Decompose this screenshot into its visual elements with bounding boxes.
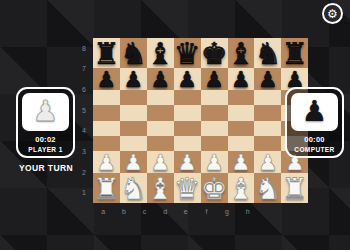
square-h1[interactable]: ♜︎ (281, 173, 308, 203)
square-g6[interactable] (254, 90, 281, 105)
file-label-c: c (134, 205, 155, 217)
square-e7[interactable]: ♟︎ (201, 68, 228, 90)
square-a7[interactable]: ♟︎ (93, 68, 120, 90)
white-pawn[interactable]: ♟︎ (123, 152, 143, 174)
file-label-f: f (196, 205, 217, 217)
black-knight[interactable]: ♞︎ (254, 39, 281, 69)
rank-label-5: 5 (78, 100, 90, 121)
file-label-e: e (176, 205, 197, 217)
square-c6[interactable] (147, 90, 174, 105)
square-c3[interactable] (147, 136, 174, 151)
black-pawn[interactable]: ♟︎ (258, 69, 278, 91)
file-label-h: h (237, 205, 258, 217)
white-rook[interactable]: ♜︎ (281, 174, 308, 204)
computer-name: COMPUTER (294, 146, 334, 153)
white-rook[interactable]: ♜︎ (93, 174, 120, 204)
rank-label-4: 4 (78, 121, 90, 142)
square-e8[interactable]: ♚︎ (201, 38, 228, 68)
square-a3[interactable] (93, 136, 120, 151)
player1-clock: 00:02 (35, 135, 56, 144)
file-label-g: g (217, 205, 238, 217)
white-knight[interactable]: ♞︎ (254, 174, 281, 204)
player-card-player1: ♟︎ 00:02 PLAYER 1 (16, 87, 75, 158)
square-a1[interactable]: ♜︎ (93, 173, 120, 203)
black-pawn[interactable]: ♟︎ (97, 69, 117, 91)
white-queen[interactable]: ♛︎ (174, 174, 201, 204)
square-f2[interactable]: ♟︎ (228, 151, 255, 173)
settings-button[interactable]: ⚙︎ (322, 3, 343, 24)
white-pawn[interactable]: ♟︎ (204, 152, 224, 174)
square-a2[interactable]: ♟︎ (93, 151, 120, 173)
black-pawn-icon: ♟︎ (302, 97, 328, 126)
square-c7[interactable]: ♟︎ (147, 68, 174, 90)
computer-clock: 00:00 (304, 135, 325, 144)
white-pawn[interactable]: ♟︎ (150, 152, 170, 174)
square-d8[interactable]: ♛︎ (174, 38, 201, 68)
square-f5[interactable] (228, 105, 255, 120)
square-b5[interactable] (120, 105, 147, 120)
black-pawn[interactable]: ♟︎ (123, 69, 143, 91)
square-f7[interactable]: ♟︎ (228, 68, 255, 90)
square-b6[interactable] (120, 90, 147, 105)
black-pawn[interactable]: ♟︎ (150, 69, 170, 91)
square-g5[interactable] (254, 105, 281, 120)
white-knight[interactable]: ♞︎ (120, 174, 147, 204)
square-b1[interactable]: ♞︎ (120, 173, 147, 203)
square-a4[interactable] (93, 121, 120, 136)
black-queen[interactable]: ♛︎ (174, 39, 201, 69)
square-f6[interactable] (228, 90, 255, 105)
player-card-computer: ♟︎ 00:00 COMPUTER (285, 87, 344, 158)
square-b7[interactable]: ♟︎ (120, 68, 147, 90)
square-c5[interactable] (147, 105, 174, 120)
white-pawn-icon: ♟︎ (33, 97, 59, 126)
square-d2[interactable]: ♟︎ (174, 151, 201, 173)
file-label-d: d (155, 205, 176, 217)
square-b4[interactable] (120, 121, 147, 136)
white-bishop[interactable]: ♝︎ (228, 174, 255, 204)
square-b2[interactable]: ♟︎ (120, 151, 147, 173)
square-e6[interactable] (201, 90, 228, 105)
black-bishop[interactable]: ♝︎ (228, 39, 255, 69)
square-h8[interactable]: ♜︎ (281, 38, 308, 68)
white-pawn[interactable]: ♟︎ (231, 152, 251, 174)
square-g8[interactable]: ♞︎ (254, 38, 281, 68)
black-pawn[interactable]: ♟︎ (177, 69, 197, 91)
white-pawn[interactable]: ♟︎ (177, 152, 197, 174)
square-f1[interactable]: ♝︎ (228, 173, 255, 203)
player1-avatar: ♟︎ (22, 93, 69, 131)
black-pawn[interactable]: ♟︎ (231, 69, 251, 91)
rank-label-3: 3 (78, 141, 90, 162)
square-c1[interactable]: ♝︎ (147, 173, 174, 203)
square-d1[interactable]: ♛︎ (174, 173, 201, 203)
square-e2[interactable]: ♟︎ (201, 151, 228, 173)
square-g1[interactable]: ♞︎ (254, 173, 281, 203)
square-d4[interactable] (174, 121, 201, 136)
rank-label-7: 7 (78, 59, 90, 80)
chess-board[interactable]: ♜︎♞︎♝︎♛︎♚︎♝︎♞︎♜︎♟︎♟︎♟︎♟︎♟︎♟︎♟︎♟︎♟︎♟︎♟︎♟︎… (93, 38, 258, 203)
black-bishop[interactable]: ♝︎ (147, 39, 174, 69)
square-d3[interactable] (174, 136, 201, 151)
turn-indicator: YOUR TURN (8, 163, 84, 173)
square-c8[interactable]: ♝︎ (147, 38, 174, 68)
black-rook[interactable]: ♜︎ (93, 39, 120, 69)
square-a8[interactable]: ♜︎ (93, 38, 120, 68)
square-d6[interactable] (174, 90, 201, 105)
gear-icon: ⚙︎ (327, 8, 338, 20)
black-rook[interactable]: ♜︎ (281, 39, 308, 69)
square-f8[interactable]: ♝︎ (228, 38, 255, 68)
black-pawn[interactable]: ♟︎ (204, 69, 224, 91)
square-e3[interactable] (201, 136, 228, 151)
square-e1[interactable]: ♚︎ (201, 173, 228, 203)
square-f4[interactable] (228, 121, 255, 136)
square-d5[interactable] (174, 105, 201, 120)
rank-labels: 87654321 (78, 38, 90, 203)
square-g7[interactable]: ♟︎ (254, 68, 281, 90)
square-b8[interactable]: ♞︎ (120, 38, 147, 68)
file-label-b: b (114, 205, 135, 217)
square-a5[interactable] (93, 105, 120, 120)
white-king[interactable]: ♚︎ (201, 174, 228, 204)
square-b3[interactable] (120, 136, 147, 151)
file-labels: abcdefgh (93, 205, 258, 217)
white-pawn[interactable]: ♟︎ (97, 152, 117, 174)
square-g2[interactable]: ♟︎ (254, 151, 281, 173)
white-pawn[interactable]: ♟︎ (258, 152, 278, 174)
square-c2[interactable]: ♟︎ (147, 151, 174, 173)
white-bishop[interactable]: ♝︎ (147, 174, 174, 204)
black-knight[interactable]: ♞︎ (120, 39, 147, 69)
square-e5[interactable] (201, 105, 228, 120)
rank-label-1: 1 (78, 182, 90, 203)
square-g3[interactable] (254, 136, 281, 151)
square-f3[interactable] (228, 136, 255, 151)
square-c4[interactable] (147, 121, 174, 136)
rank-label-8: 8 (78, 38, 90, 59)
square-d7[interactable]: ♟︎ (174, 68, 201, 90)
square-g4[interactable] (254, 121, 281, 136)
rank-label-6: 6 (78, 79, 90, 100)
file-label-a: a (93, 205, 114, 217)
player1-name: PLAYER 1 (28, 146, 62, 153)
computer-avatar: ♟︎ (291, 93, 338, 131)
square-a6[interactable] (93, 90, 120, 105)
square-e4[interactable] (201, 121, 228, 136)
chess-game-screen: ⚙︎ 87654321 ♜︎♞︎♝︎♛︎♚︎♝︎♞︎♜︎♟︎♟︎♟︎♟︎♟︎♟︎… (0, 0, 350, 250)
black-king[interactable]: ♚︎ (201, 39, 228, 69)
